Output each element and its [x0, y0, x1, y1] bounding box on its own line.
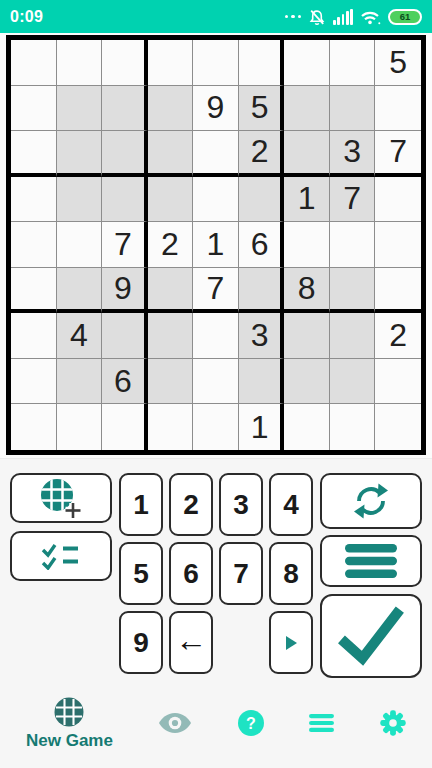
menu-icon — [309, 714, 334, 732]
cell-r9c1[interactable] — [11, 404, 57, 450]
cell-r6c9[interactable] — [375, 268, 421, 314]
cell-r6c7[interactable]: 8 — [284, 268, 330, 314]
digit-button-8[interactable]: 8 — [269, 542, 313, 605]
cell-r1c2[interactable] — [57, 40, 103, 86]
control-panel: 1 2 3 4 5 6 7 8 9 ← — [0, 458, 432, 768]
cell-r1c3[interactable] — [102, 40, 148, 86]
cell-r1c4[interactable] — [148, 40, 194, 86]
new-game-label: New Game — [26, 731, 113, 751]
cell-r4c1[interactable] — [11, 177, 57, 223]
wifi-icon — [360, 9, 381, 25]
cell-r4c7[interactable]: 1 — [284, 177, 330, 223]
cell-r6c2[interactable] — [57, 268, 103, 314]
cell-r6c3[interactable]: 9 — [102, 268, 148, 314]
right-buttons — [320, 473, 422, 689]
cell-r7c8[interactable] — [330, 313, 376, 359]
help-icon: ? — [238, 710, 264, 736]
bottom-nav: New Game ? — [0, 689, 432, 768]
cell-r7c7[interactable] — [284, 313, 330, 359]
check-button[interactable] — [320, 594, 422, 678]
cell-r7c1[interactable] — [11, 313, 57, 359]
cell-r5c6[interactable]: 6 — [239, 222, 285, 268]
cell-r9c8[interactable] — [330, 404, 376, 450]
digit-button-4[interactable]: 4 — [269, 473, 313, 536]
nav-settings[interactable] — [380, 710, 406, 736]
cell-r5c8[interactable] — [330, 222, 376, 268]
cell-r5c2[interactable] — [57, 222, 103, 268]
check-icon — [335, 605, 407, 667]
digit-button-2[interactable]: 2 — [169, 473, 213, 536]
digit-button-9[interactable]: 9 — [119, 611, 163, 674]
cell-r2c3[interactable] — [102, 86, 148, 132]
cell-r4c4[interactable] — [148, 177, 194, 223]
cell-r9c2[interactable] — [57, 404, 103, 450]
notifications-off-icon — [308, 8, 326, 26]
cell-r5c5[interactable]: 1 — [193, 222, 239, 268]
cell-r8c7[interactable] — [284, 359, 330, 405]
cell-r7c4[interactable] — [148, 313, 194, 359]
cell-r4c5[interactable] — [193, 177, 239, 223]
cell-r2c2[interactable] — [57, 86, 103, 132]
new-game-grid-icon — [54, 697, 84, 727]
cell-r9c7[interactable] — [284, 404, 330, 450]
cell-r3c7[interactable] — [284, 131, 330, 177]
cell-r7c2[interactable]: 4 — [57, 313, 103, 359]
pencil-marks-icon — [40, 542, 82, 570]
cell-r7c3[interactable] — [102, 313, 148, 359]
status-bar: 0:09 61 — [0, 0, 432, 33]
cell-r4c8[interactable]: 7 — [330, 177, 376, 223]
menu-icon — [345, 544, 397, 578]
signal-strength-icon — [333, 9, 353, 25]
cell-r8c9[interactable] — [375, 359, 421, 405]
cell-r3c3[interactable] — [102, 131, 148, 177]
cell-r3c6[interactable]: 2 — [239, 131, 285, 177]
cell-r6c1[interactable] — [11, 268, 57, 314]
cell-r1c1[interactable] — [11, 40, 57, 86]
cell-r2c5[interactable]: 9 — [193, 86, 239, 132]
cell-r3c8[interactable]: 3 — [330, 131, 376, 177]
cell-r1c5[interactable] — [193, 40, 239, 86]
cell-r4c2[interactable] — [57, 177, 103, 223]
cell-r5c4[interactable]: 2 — [148, 222, 194, 268]
cell-r5c1[interactable] — [11, 222, 57, 268]
cell-r6c4[interactable] — [148, 268, 194, 314]
restart-icon — [351, 481, 391, 521]
battery-percent: 61 — [400, 12, 411, 22]
new-grid-button[interactable] — [10, 473, 112, 523]
cell-r8c8[interactable] — [330, 359, 376, 405]
play-icon — [286, 636, 297, 650]
cell-r4c6[interactable] — [239, 177, 285, 223]
help-glyph: ? — [246, 715, 256, 732]
settings-gear-icon — [380, 710, 406, 736]
status-icons: 61 — [285, 8, 422, 26]
board-area: 59523717721697843261 — [0, 33, 432, 458]
digit-button-5[interactable]: 5 — [119, 542, 163, 605]
cell-r8c4[interactable] — [148, 359, 194, 405]
cell-r3c1[interactable] — [11, 131, 57, 177]
cell-r3c2[interactable] — [57, 131, 103, 177]
cell-r9c3[interactable] — [102, 404, 148, 450]
cell-r2c4[interactable] — [148, 86, 194, 132]
cell-r1c8[interactable] — [330, 40, 376, 86]
cell-r7c5[interactable] — [193, 313, 239, 359]
next-button[interactable] — [269, 611, 313, 674]
digit-button-7[interactable]: 7 — [219, 542, 263, 605]
backspace-arrow: ← — [175, 622, 207, 659]
cell-r4c3[interactable] — [102, 177, 148, 223]
number-pad: 1 2 3 4 5 6 7 8 9 ← — [119, 473, 313, 689]
cell-r8c2[interactable] — [57, 359, 103, 405]
cell-r9c9[interactable] — [375, 404, 421, 450]
nav-new-game[interactable]: New Game — [26, 697, 113, 751]
cell-r2c6[interactable]: 5 — [239, 86, 285, 132]
cell-r6c8[interactable] — [330, 268, 376, 314]
left-buttons — [10, 473, 112, 689]
cell-r7c6[interactable]: 3 — [239, 313, 285, 359]
cell-r8c3[interactable]: 6 — [102, 359, 148, 405]
cell-r9c5[interactable] — [193, 404, 239, 450]
cell-r3c4[interactable] — [148, 131, 194, 177]
pencil-marks-button[interactable] — [10, 531, 112, 581]
cell-r1c9[interactable]: 5 — [375, 40, 421, 86]
overflow-dots-icon — [285, 15, 301, 18]
cell-r6c5[interactable]: 7 — [193, 268, 239, 314]
new-grid-icon — [38, 476, 84, 520]
menu-button[interactable] — [320, 535, 422, 587]
cell-r8c5[interactable] — [193, 359, 239, 405]
cell-r4c9[interactable] — [375, 177, 421, 223]
sudoku-board: 59523717721697843261 — [6, 35, 426, 455]
cell-r2c1[interactable] — [11, 86, 57, 132]
digit-button-3[interactable]: 3 — [219, 473, 263, 536]
battery-indicator: 61 — [388, 9, 422, 25]
cell-r1c6[interactable] — [239, 40, 285, 86]
restart-button[interactable] — [320, 473, 422, 529]
cell-r9c6[interactable]: 1 — [239, 404, 285, 450]
cell-r5c9[interactable] — [375, 222, 421, 268]
cell-r2c8[interactable] — [330, 86, 376, 132]
cell-r5c3[interactable]: 7 — [102, 222, 148, 268]
cell-r8c1[interactable] — [11, 359, 57, 405]
keypad: 1 2 3 4 5 6 7 8 9 ← — [0, 459, 432, 689]
cell-r9c4[interactable] — [148, 404, 194, 450]
cell-r2c7[interactable] — [284, 86, 330, 132]
digit-button-1[interactable]: 1 — [119, 473, 163, 536]
cell-r7c9[interactable]: 2 — [375, 313, 421, 359]
cell-r3c9[interactable]: 7 — [375, 131, 421, 177]
nav-help[interactable]: ? — [238, 710, 264, 736]
cell-r2c9[interactable] — [375, 86, 421, 132]
backspace-button[interactable]: ← — [169, 611, 213, 674]
cell-r6c6[interactable] — [239, 268, 285, 314]
cell-r3c5[interactable] — [193, 131, 239, 177]
cell-r5c7[interactable] — [284, 222, 330, 268]
digit-button-6[interactable]: 6 — [169, 542, 213, 605]
cell-r1c7[interactable] — [284, 40, 330, 86]
cell-r8c6[interactable] — [239, 359, 285, 405]
nav-show[interactable] — [158, 712, 192, 734]
nav-menu[interactable] — [309, 714, 334, 732]
clock-time: 0:09 — [10, 8, 43, 26]
eye-icon — [158, 712, 192, 734]
